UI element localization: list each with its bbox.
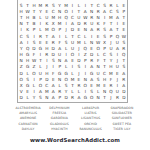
word-list-column-1: ALSTROEMERIAAMARYLLISANEMONECARNATIONDAY… bbox=[14, 106, 42, 132]
word-item: TIGER LILY bbox=[108, 127, 136, 132]
letter-grid: STHMRSYMILITCSRLEHWTYECNOITANRACSPTHBLUM… bbox=[18, 3, 127, 102]
wordsearch-grid: SULOIDALGYLILYADA STHMRSYMILITCSRLEHWTYE… bbox=[17, 0, 128, 103]
site-url: www.WordSearchAddict.com bbox=[0, 137, 150, 143]
word-list-column-4: SNAPDRAGONSOLIDASTERSUNFLOWERSWEET PEATI… bbox=[108, 106, 136, 132]
word-item: HYACINTH bbox=[45, 127, 73, 132]
word-list-column-3: LARKSPURLIATRISLISIANTHUSORCHIDRANUNCULU… bbox=[77, 106, 105, 132]
grid-cell-r16c17: D bbox=[121, 95, 127, 101]
word-item: DAYLILY bbox=[14, 127, 42, 132]
word-item: SUNFLOWER bbox=[108, 116, 136, 121]
word-list-column-2: DELPHINIUMFREESIAGARDENIAGLADIOLUSHYACIN… bbox=[45, 106, 73, 132]
word-item: RANUNCULUS bbox=[77, 127, 105, 132]
word-list: ALSTROEMERIAAMARYLLISANEMONECARNATIONDAY… bbox=[14, 106, 136, 132]
